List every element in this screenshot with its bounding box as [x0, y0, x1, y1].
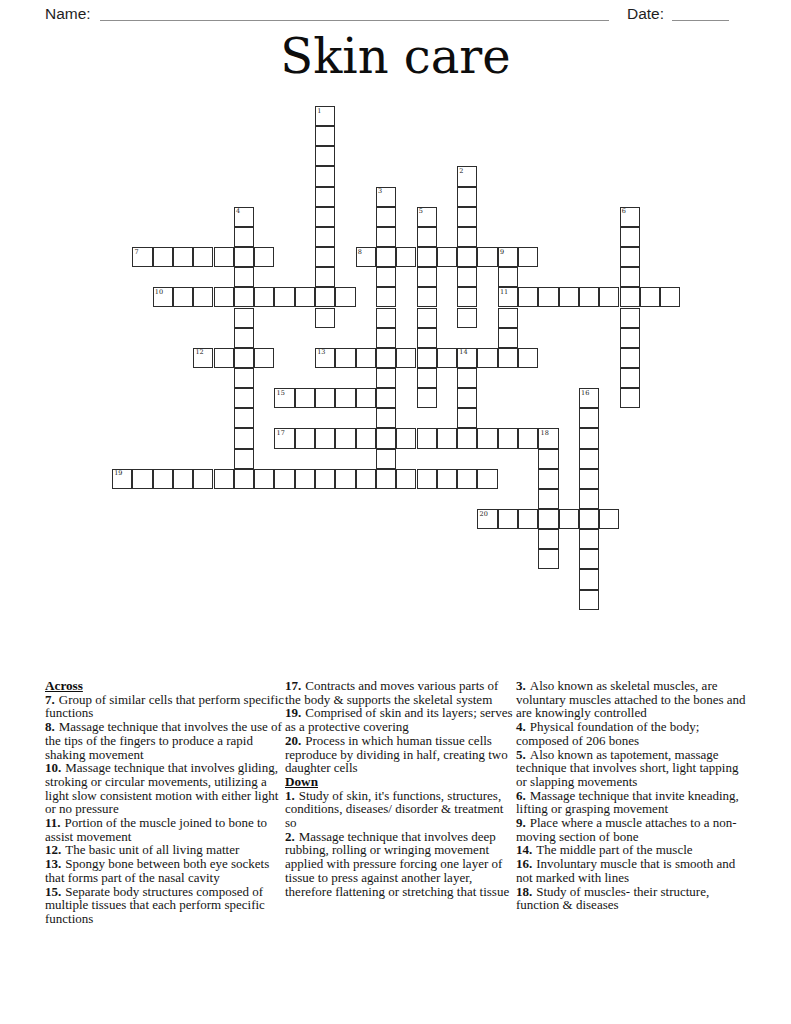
- grid-cell-r9c25[interactable]: [620, 287, 640, 307]
- grid-cell-r12c7[interactable]: [254, 348, 274, 368]
- grid-cell-r7c15[interactable]: [417, 247, 437, 267]
- clue-text: Contracts and moves various parts of the…: [285, 678, 498, 707]
- grid-cell-r7c18[interactable]: [477, 247, 497, 267]
- grid-cell-r20c22[interactable]: [559, 509, 579, 529]
- clue-across-10: 10.Massage technique that involves glidi…: [45, 761, 285, 816]
- grid-cell-r17c21[interactable]: [538, 449, 558, 469]
- clue-down-6: 6.Massage technique that invite kneading…: [516, 789, 750, 816]
- cell-number-2: 2: [459, 168, 463, 175]
- name-label: Name:: [45, 5, 91, 22]
- name-input-line[interactable]: [100, 7, 609, 21]
- grid-cell-r15c13[interactable]: [376, 408, 396, 428]
- cell-number-19: 19: [114, 470, 122, 477]
- grid-cell-r7c17[interactable]: [457, 247, 477, 267]
- clue-text: Also known as tapotement, massage techni…: [516, 747, 738, 789]
- clue-across-17: 17.Contracts and moves various parts of …: [285, 679, 515, 706]
- grid-cell-r10c6[interactable]: [234, 308, 254, 328]
- grid-cell-r8c17[interactable]: [457, 267, 477, 287]
- date-input-line[interactable]: [672, 7, 729, 21]
- cell-number-10: 10: [155, 289, 163, 296]
- grid-cell-r18c13[interactable]: [376, 469, 396, 489]
- grid-cell-r9c7[interactable]: [254, 287, 274, 307]
- grid-cell-r10c15[interactable]: [417, 308, 437, 328]
- grid-cell-r16c19[interactable]: [498, 428, 518, 448]
- grid-cell-r9c9[interactable]: [295, 287, 315, 307]
- grid-cell-r9c27[interactable]: [660, 287, 680, 307]
- grid-cell-r12c15[interactable]: [417, 348, 437, 368]
- clue-down-1: 1.Study of skin, it's functions, structu…: [285, 789, 515, 830]
- grid-cell-r9c22[interactable]: [559, 287, 579, 307]
- clue-text: Also known as skeletal muscles, are volu…: [516, 678, 746, 720]
- grid-cell-r18c10[interactable]: [315, 469, 335, 489]
- grid-cell-r18c6[interactable]: [234, 469, 254, 489]
- grid-cell-r16c13[interactable]: [376, 428, 396, 448]
- grid-cell-r7c7[interactable]: [254, 247, 274, 267]
- grid-cell-r16c9[interactable]: [295, 428, 315, 448]
- down-header: Down: [285, 775, 515, 789]
- grid-cell-r6c6[interactable]: [234, 227, 254, 247]
- puzzle-title: Skin care: [0, 27, 791, 85]
- grid-cell-r7c2[interactable]: [153, 247, 173, 267]
- crossword-grid: 1234567891011121314151617181920: [112, 106, 681, 610]
- grid-cell-r16c23[interactable]: [579, 428, 599, 448]
- grid-cell-r9c5[interactable]: [214, 287, 234, 307]
- across-header: Across: [45, 679, 285, 693]
- grid-cell-r12c19[interactable]: [498, 348, 518, 368]
- grid-cell-r9c24[interactable]: [599, 287, 619, 307]
- grid-cell-r15c6[interactable]: [234, 408, 254, 428]
- grid-cell-r17c6[interactable]: [234, 449, 254, 469]
- grid-cell-r22c21[interactable]: [538, 549, 558, 569]
- cell-number-7: 7: [135, 249, 139, 256]
- date-label: Date:: [627, 5, 664, 22]
- grid-cell-r14c25[interactable]: [620, 388, 640, 408]
- grid-cell-r15c17[interactable]: [457, 408, 477, 428]
- grid-cell-r14c17[interactable]: [457, 388, 477, 408]
- grid-cell-r14c15[interactable]: [417, 388, 437, 408]
- grid-cell-r23c23[interactable]: [579, 569, 599, 589]
- clue-text: Spongy bone between both eye sockets tha…: [45, 856, 269, 885]
- grid-cell-r11c25[interactable]: [620, 328, 640, 348]
- worksheet-header: Name: Date:: [45, 5, 729, 22]
- grid-cell-r14c10[interactable]: [315, 388, 335, 408]
- grid-cell-r8c25[interactable]: [620, 267, 640, 287]
- grid-cell-r7c5[interactable]: [214, 247, 234, 267]
- clue-column-1: Across 7.Group of similar cells that per…: [45, 679, 285, 926]
- cell-number-18: 18: [541, 430, 549, 437]
- grid-cell-r16c11[interactable]: [335, 428, 355, 448]
- clue-column-3: 3.Also known as skeletal muscles, are vo…: [516, 679, 750, 912]
- clue-column-2: 17.Contracts and moves various parts of …: [285, 679, 515, 898]
- grid-cell-r7c10[interactable]: [315, 247, 335, 267]
- grid-cell-r7c3[interactable]: [173, 247, 193, 267]
- grid-cell-r11c13[interactable]: [376, 328, 396, 348]
- cell-number-11: 11: [500, 289, 508, 296]
- grid-cell-r18c5[interactable]: [214, 469, 234, 489]
- grid-cell-r5c10[interactable]: [315, 207, 335, 227]
- grid-cell-r16c14[interactable]: [396, 428, 416, 448]
- grid-cell-r18c7[interactable]: [254, 469, 274, 489]
- grid-cell-r17c23[interactable]: [579, 449, 599, 469]
- grid-cell-r14c12[interactable]: [356, 388, 376, 408]
- grid-cell-r12c16[interactable]: [437, 348, 457, 368]
- cell-number-20: 20: [480, 511, 488, 518]
- grid-cell-r9c17[interactable]: [457, 287, 477, 307]
- grid-cell-r12c6[interactable]: [234, 348, 254, 368]
- grid-cell-r4c17[interactable]: [457, 187, 477, 207]
- grid-cell-r9c13[interactable]: [376, 287, 396, 307]
- grid-cell-r7c4[interactable]: [193, 247, 213, 267]
- grid-cell-r8c10[interactable]: [315, 267, 335, 287]
- cell-number-17: 17: [277, 430, 285, 437]
- grid-cell-r14c13[interactable]: [376, 388, 396, 408]
- clue-text: Portion of the muscle joined to bone to …: [45, 815, 267, 844]
- grid-cell-r18c17[interactable]: [457, 469, 477, 489]
- clue-text: Process in which human tissue cells repr…: [285, 733, 508, 775]
- grid-cell-r16c10[interactable]: [315, 428, 335, 448]
- grid-cell-r20c21[interactable]: [538, 509, 558, 529]
- grid-cell-r18c16[interactable]: [437, 469, 457, 489]
- grid-cell-r18c3[interactable]: [173, 469, 193, 489]
- grid-cell-r18c4[interactable]: [193, 469, 213, 489]
- grid-cell-r8c15[interactable]: [417, 267, 437, 287]
- grid-cell-r12c18[interactable]: [477, 348, 497, 368]
- clue-text: Separate body structures composed of mul…: [45, 884, 265, 926]
- cell-number-9: 9: [500, 249, 504, 256]
- grid-cell-r14c6[interactable]: [234, 388, 254, 408]
- clue-text: Massage technique that invite kneading, …: [516, 788, 739, 817]
- grid-cell-r14c11[interactable]: [335, 388, 355, 408]
- grid-cell-r10c19[interactable]: [498, 308, 518, 328]
- cell-number-14: 14: [459, 349, 467, 356]
- clue-text: Place where a muscle attaches to a non-m…: [516, 815, 737, 844]
- grid-cell-r3c10[interactable]: [315, 166, 335, 186]
- grid-cell-r12c20[interactable]: [518, 348, 538, 368]
- grid-cell-r18c11[interactable]: [335, 469, 355, 489]
- grid-cell-r10c25[interactable]: [620, 308, 640, 328]
- grid-cell-r18c18[interactable]: [477, 469, 497, 489]
- grid-cell-r10c17[interactable]: [457, 308, 477, 328]
- grid-cell-r18c9[interactable]: [295, 469, 315, 489]
- cell-number-16: 16: [581, 390, 589, 397]
- clue-down-16: 16.Involuntary muscle that is smooth and…: [516, 857, 750, 884]
- cell-number-1: 1: [317, 108, 321, 115]
- clue-text: Involuntary muscle that is smooth and no…: [516, 856, 735, 885]
- cell-number-15: 15: [277, 390, 285, 397]
- grid-cell-r1c10[interactable]: [315, 126, 335, 146]
- grid-cell-r9c11[interactable]: [335, 287, 355, 307]
- clue-down-9: 9.Place where a muscle attaches to a non…: [516, 816, 750, 843]
- clue-text: Comprised of skin and its layers; serves…: [285, 705, 513, 734]
- grid-cell-r8c6[interactable]: [234, 267, 254, 287]
- grid-cell-r12c11[interactable]: [335, 348, 355, 368]
- cell-number-12: 12: [195, 349, 203, 356]
- grid-cell-r13c13[interactable]: [376, 368, 396, 388]
- grid-cell-r9c21[interactable]: [538, 287, 558, 307]
- clue-down-5: 5.Also known as tapotement, massage tech…: [516, 748, 750, 789]
- grid-cell-r22c23[interactable]: [579, 549, 599, 569]
- grid-cell-r7c6[interactable]: [234, 247, 254, 267]
- grid-cell-r16c16[interactable]: [437, 428, 457, 448]
- grid-cell-r9c4[interactable]: [193, 287, 213, 307]
- grid-cell-r9c6[interactable]: [234, 287, 254, 307]
- grid-cell-r16c20[interactable]: [518, 428, 538, 448]
- grid-cell-r9c20[interactable]: [518, 287, 538, 307]
- grid-cell-r12c5[interactable]: [214, 348, 234, 368]
- grid-cell-r20c20[interactable]: [518, 509, 538, 529]
- cell-number-6: 6: [622, 208, 626, 215]
- grid-cell-r16c15[interactable]: [417, 428, 437, 448]
- grid-cell-r8c19[interactable]: [498, 267, 518, 287]
- cell-number-5: 5: [419, 208, 423, 215]
- clue-across-15: 15.Separate body structures composed of …: [45, 885, 285, 926]
- grid-cell-r7c13[interactable]: [376, 247, 396, 267]
- grid-cell-r21c21[interactable]: [538, 529, 558, 549]
- grid-cell-r18c23[interactable]: [579, 469, 599, 489]
- grid-cell-r8c13[interactable]: [376, 267, 396, 287]
- grid-cell-r16c17[interactable]: [457, 428, 477, 448]
- grid-cell-r7c14[interactable]: [396, 247, 416, 267]
- grid-cell-r16c12[interactable]: [356, 428, 376, 448]
- grid-cell-r18c14[interactable]: [396, 469, 416, 489]
- clue-across-19: 19.Comprised of skin and its layers; ser…: [285, 706, 515, 733]
- grid-cell-r16c18[interactable]: [477, 428, 497, 448]
- grid-cell-r10c10[interactable]: [315, 308, 335, 328]
- grid-cell-r24c23[interactable]: [579, 590, 599, 610]
- grid-cell-r11c6[interactable]: [234, 328, 254, 348]
- grid-cell-r15c23[interactable]: [579, 408, 599, 428]
- clue-text: Massage technique that involves the use …: [45, 719, 282, 761]
- grid-cell-r18c21[interactable]: [538, 469, 558, 489]
- grid-cell-r18c2[interactable]: [153, 469, 173, 489]
- clue-down-3: 3.Also known as skeletal muscles, are vo…: [516, 679, 750, 720]
- grid-cell-r12c13[interactable]: [376, 348, 396, 368]
- clue-down-2: 2.Massage technique that involves deep r…: [285, 830, 515, 899]
- grid-cell-r6c13[interactable]: [376, 227, 396, 247]
- grid-cell-r10c13[interactable]: [376, 308, 396, 328]
- grid-cell-r9c10[interactable]: [315, 287, 335, 307]
- clue-text: Study of skin, it's functions, structure…: [285, 788, 503, 830]
- clue-down-14: 14.The middle part of the muscle: [516, 843, 750, 857]
- grid-cell-r13c25[interactable]: [620, 368, 640, 388]
- grid-cell-r12c25[interactable]: [620, 348, 640, 368]
- grid-cell-r13c17[interactable]: [457, 368, 477, 388]
- grid-cell-r18c12[interactable]: [356, 469, 376, 489]
- clue-text: Study of muscles- their structure, funct…: [516, 884, 709, 913]
- grid-cell-r4c10[interactable]: [315, 187, 335, 207]
- grid-cell-r13c15[interactable]: [417, 368, 437, 388]
- clue-across-13: 13.Spongy bone between both eye sockets …: [45, 857, 285, 884]
- grid-cell-r5c17[interactable]: [457, 207, 477, 227]
- clue-across-12: 12.The basic unit of all living matter: [45, 843, 285, 857]
- grid-cell-r20c24[interactable]: [599, 509, 619, 529]
- grid-cell-r21c23[interactable]: [579, 529, 599, 549]
- grid-cell-r7c16[interactable]: [437, 247, 457, 267]
- grid-cell-r11c15[interactable]: [417, 328, 437, 348]
- grid-cell-r20c23[interactable]: [579, 509, 599, 529]
- grid-cell-r9c3[interactable]: [173, 287, 193, 307]
- cell-number-4: 4: [236, 208, 240, 215]
- grid-cell-r20c19[interactable]: [498, 509, 518, 529]
- grid-cell-r18c15[interactable]: [417, 469, 437, 489]
- cell-number-13: 13: [317, 349, 325, 356]
- grid-cell-r19c21[interactable]: [538, 489, 558, 509]
- grid-cell-r7c20[interactable]: [518, 247, 538, 267]
- clue-text: Massage technique that involves gliding,…: [45, 760, 278, 816]
- grid-cell-r17c13[interactable]: [376, 449, 396, 469]
- clue-across-8: 8.Massage technique that involves the us…: [45, 720, 285, 761]
- grid-cell-r12c12[interactable]: [356, 348, 376, 368]
- grid-cell-r9c23[interactable]: [579, 287, 599, 307]
- cell-number-3: 3: [378, 188, 382, 195]
- grid-cell-r9c8[interactable]: [274, 287, 294, 307]
- grid-cell-r9c26[interactable]: [640, 287, 660, 307]
- clue-across-11: 11.Portion of the muscle joined to bone …: [45, 816, 285, 843]
- grid-cell-r6c17[interactable]: [457, 227, 477, 247]
- clue-text: Group of similar cells that perform spec…: [45, 692, 284, 721]
- grid-cell-r13c6[interactable]: [234, 368, 254, 388]
- clue-text: Physical foundation of the body; compose…: [516, 719, 699, 748]
- clue-down-18: 18.Study of muscles- their structure, fu…: [516, 885, 750, 912]
- grid-cell-r16c6[interactable]: [234, 428, 254, 448]
- clue-across-7: 7.Group of similar cells that perform sp…: [45, 693, 285, 720]
- grid-cell-r7c25[interactable]: [620, 247, 640, 267]
- grid-cell-r19c23[interactable]: [579, 489, 599, 509]
- grid-cell-r11c19[interactable]: [498, 328, 518, 348]
- clue-across-20: 20.Process in which human tissue cells r…: [285, 734, 515, 775]
- clue-text: Massage technique that involves deep rub…: [285, 829, 509, 899]
- cell-number-8: 8: [358, 249, 362, 256]
- grid-cell-r6c25[interactable]: [620, 227, 640, 247]
- grid-cell-r18c8[interactable]: [274, 469, 294, 489]
- grid-cell-r6c15[interactable]: [417, 227, 437, 247]
- grid-cell-r18c1[interactable]: [132, 469, 152, 489]
- grid-cell-r12c14[interactable]: [396, 348, 416, 368]
- clue-down-4: 4.Physical foundation of the body; compo…: [516, 720, 750, 747]
- grid-cell-r9c15[interactable]: [417, 287, 437, 307]
- grid-cell-r2c10[interactable]: [315, 146, 335, 166]
- grid-cell-r6c10[interactable]: [315, 227, 335, 247]
- grid-cell-r5c13[interactable]: [376, 207, 396, 227]
- grid-cell-r14c9[interactable]: [295, 388, 315, 408]
